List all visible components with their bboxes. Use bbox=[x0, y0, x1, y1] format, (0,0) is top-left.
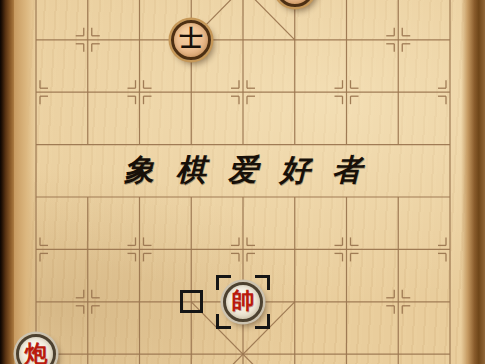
piece-glyph: 炮 bbox=[25, 342, 48, 364]
piece-black-advisor[interactable]: 士 bbox=[171, 20, 211, 60]
river-watermark: 象棋爱好者 bbox=[124, 153, 384, 187]
piece-glyph: 帥 bbox=[232, 289, 255, 312]
xiangqi-board[interactable]: 象棋爱好者 將士帥炮 bbox=[0, 0, 485, 364]
piece-glyph: 士 bbox=[180, 27, 203, 50]
piece-red-general[interactable]: 帥 bbox=[223, 282, 263, 322]
move-target-marker[interactable] bbox=[180, 290, 203, 313]
